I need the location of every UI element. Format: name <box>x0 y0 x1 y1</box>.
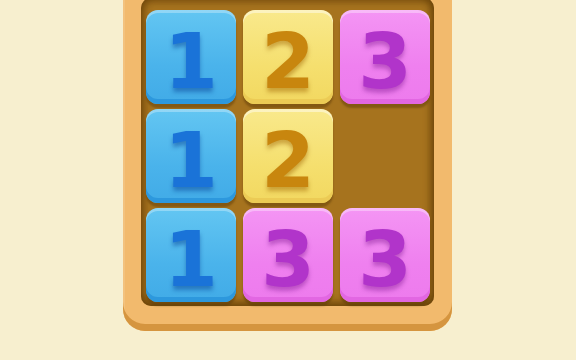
tile-cell[interactable]: 1 <box>146 10 236 104</box>
tile-cell[interactable]: 3 <box>243 208 333 302</box>
tile-grid: 1 2 3 1 2 1 3 3 <box>146 10 430 302</box>
empty-cell <box>340 109 430 203</box>
tile-cell[interactable]: 2 <box>243 10 333 104</box>
tile-cell[interactable]: 3 <box>340 208 430 302</box>
tile-cell[interactable]: 1 <box>146 109 236 203</box>
tile-cell[interactable]: 3 <box>340 10 430 104</box>
game-screen: 1 2 3 1 2 1 3 3 <box>0 0 576 360</box>
tile-cell[interactable]: 1 <box>146 208 236 302</box>
tile-cell[interactable]: 2 <box>243 109 333 203</box>
